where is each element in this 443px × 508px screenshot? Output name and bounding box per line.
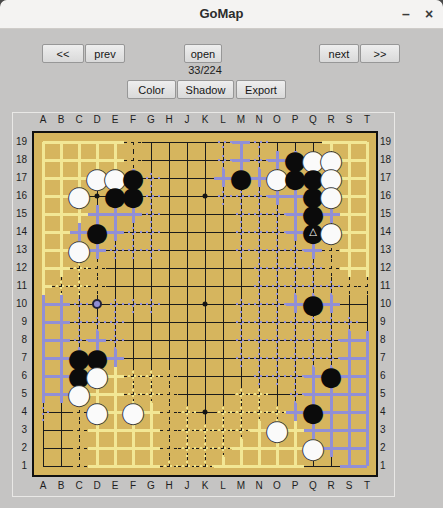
coord-label: 2 — [380, 439, 406, 457]
intersection-B18[interactable] — [52, 151, 70, 169]
intersection-D4[interactable]: ● — [88, 403, 106, 421]
intersection-L10[interactable] — [214, 295, 232, 313]
intersection-C9[interactable] — [70, 313, 88, 331]
intersection-K6[interactable] — [196, 367, 214, 385]
intersection-D10[interactable] — [88, 295, 106, 313]
intersection-B11[interactable] — [52, 277, 70, 295]
coord-label: 11 — [2, 277, 29, 295]
intersection-K4[interactable] — [196, 403, 214, 421]
intersection-D6[interactable]: ● — [88, 367, 106, 385]
intersection-F9[interactable] — [124, 313, 142, 331]
intersection-H8[interactable] — [160, 331, 178, 349]
intersection-G9[interactable] — [142, 313, 160, 331]
intersection-T4[interactable] — [358, 403, 376, 421]
forward-button[interactable]: >> — [360, 44, 400, 63]
intersection-K14[interactable] — [196, 223, 214, 241]
intersection-T17[interactable] — [358, 169, 376, 187]
intersection-R9[interactable] — [322, 313, 340, 331]
intersection-M3[interactable] — [232, 421, 250, 439]
intersection-F2[interactable] — [124, 439, 142, 457]
intersection-Q12[interactable] — [304, 259, 322, 277]
intersection-Q2[interactable]: ● — [304, 439, 322, 457]
goban-grid[interactable]: ●●●●●●●●●●●●●●●●●●●△●●●●●●●●●●●●●● — [34, 133, 376, 475]
intersection-F8[interactable] — [124, 331, 142, 349]
coord-label: J — [178, 113, 196, 127]
intersection-L13[interactable] — [214, 241, 232, 259]
coord-label: R — [322, 113, 340, 127]
intersection-M9[interactable] — [232, 313, 250, 331]
intersection-L3[interactable] — [214, 421, 232, 439]
intersection-A4[interactable] — [34, 403, 52, 421]
intersection-K2[interactable] — [196, 439, 214, 457]
intersection-B1[interactable] — [52, 457, 70, 475]
intersection-H2[interactable] — [160, 439, 178, 457]
intersection-R14[interactable]: ● — [322, 223, 340, 241]
intersection-P6[interactable] — [286, 367, 304, 385]
coord-label: Q — [304, 479, 322, 493]
intersection-C1[interactable] — [70, 457, 88, 475]
star-point — [203, 302, 208, 307]
intersection-J5[interactable] — [178, 385, 196, 403]
intersection-A5[interactable] — [34, 385, 52, 403]
intersection-O13[interactable] — [268, 241, 286, 259]
intersection-N12[interactable] — [250, 259, 268, 277]
intersection-L9[interactable] — [214, 313, 232, 331]
intersection-R11[interactable] — [322, 277, 340, 295]
intersection-E2[interactable] — [106, 439, 124, 457]
intersection-J3[interactable] — [178, 421, 196, 439]
intersection-H17[interactable] — [160, 169, 178, 187]
intersection-B9[interactable] — [52, 313, 70, 331]
intersection-R16[interactable]: ● — [322, 187, 340, 205]
intersection-H3[interactable] — [160, 421, 178, 439]
intersection-S1[interactable] — [340, 457, 358, 475]
intersection-S19[interactable] — [340, 133, 358, 151]
intersection-D9[interactable] — [88, 313, 106, 331]
intersection-B19[interactable] — [52, 133, 70, 151]
white-stone: ● — [320, 223, 343, 241]
intersection-G16[interactable] — [142, 187, 160, 205]
goban[interactable]: ●●●●●●●●●●●●●●●●●●●△●●●●●●●●●●●●●● — [32, 131, 378, 477]
intersection-C13[interactable]: ● — [70, 241, 88, 259]
intersection-G1[interactable] — [142, 457, 160, 475]
intersection-C2[interactable] — [70, 439, 88, 457]
intersection-N19[interactable] — [250, 133, 268, 151]
intersection-C10[interactable] — [70, 295, 88, 313]
coord-label: E — [106, 479, 124, 493]
intersection-N14[interactable] — [250, 223, 268, 241]
coord-label: B — [52, 113, 70, 127]
intersection-M17[interactable]: ● — [232, 169, 250, 187]
intersection-S9[interactable] — [340, 313, 358, 331]
intersection-T19[interactable] — [358, 133, 376, 151]
next-button[interactable]: next — [319, 44, 359, 63]
intersection-J6[interactable] — [178, 367, 196, 385]
intersection-A19[interactable] — [34, 133, 52, 151]
intersection-H12[interactable] — [160, 259, 178, 277]
intersection-S8[interactable] — [340, 331, 358, 349]
shadow-button[interactable]: Shadow — [177, 80, 234, 99]
intersection-T16[interactable] — [358, 187, 376, 205]
intersection-O6[interactable] — [268, 367, 286, 385]
intersection-K15[interactable] — [196, 205, 214, 223]
intersection-M2[interactable] — [232, 439, 250, 457]
intersection-G6[interactable] — [142, 367, 160, 385]
intersection-L19[interactable] — [214, 133, 232, 151]
intersection-K7[interactable] — [196, 349, 214, 367]
intersection-A7[interactable] — [34, 349, 52, 367]
intersection-E13[interactable] — [106, 241, 124, 259]
intersection-J11[interactable] — [178, 277, 196, 295]
intersection-S6[interactable] — [340, 367, 358, 385]
coord-label: R — [322, 479, 340, 493]
minimize-button[interactable]: – — [395, 0, 417, 27]
intersection-N15[interactable] — [250, 205, 268, 223]
intersection-Q4[interactable]: ● — [304, 403, 322, 421]
intersection-E6[interactable] — [106, 367, 124, 385]
intersection-J4[interactable] — [178, 403, 196, 421]
intersection-P12[interactable] — [286, 259, 304, 277]
intersection-S14[interactable] — [340, 223, 358, 241]
intersection-G18[interactable] — [142, 151, 160, 169]
intersection-F7[interactable] — [124, 349, 142, 367]
intersection-J19[interactable] — [178, 133, 196, 151]
intersection-H9[interactable] — [160, 313, 178, 331]
intersection-S10[interactable] — [340, 295, 358, 313]
intersection-D19[interactable] — [88, 133, 106, 151]
intersection-L12[interactable] — [214, 259, 232, 277]
intersection-A18[interactable] — [34, 151, 52, 169]
intersection-F6[interactable] — [124, 367, 142, 385]
intersection-S5[interactable] — [340, 385, 358, 403]
intersection-J1[interactable] — [178, 457, 196, 475]
intersection-G7[interactable] — [142, 349, 160, 367]
intersection-A9[interactable] — [34, 313, 52, 331]
intersection-F16[interactable]: ● — [124, 187, 142, 205]
intersection-G8[interactable] — [142, 331, 160, 349]
intersection-J9[interactable] — [178, 313, 196, 331]
intersection-G11[interactable] — [142, 277, 160, 295]
coord-label: K — [196, 479, 214, 493]
intersection-O9[interactable] — [268, 313, 286, 331]
intersection-T11[interactable] — [358, 277, 376, 295]
intersection-M15[interactable] — [232, 205, 250, 223]
color-button[interactable]: Color — [127, 80, 176, 99]
intersection-G17[interactable] — [142, 169, 160, 187]
white-stone: ● — [122, 403, 145, 421]
intersection-M4[interactable] — [232, 403, 250, 421]
intersection-E9[interactable] — [106, 313, 124, 331]
intersection-H1[interactable] — [160, 457, 178, 475]
intersection-A11[interactable] — [34, 277, 52, 295]
intersection-T8[interactable] — [358, 331, 376, 349]
intersection-L8[interactable] — [214, 331, 232, 349]
intersection-H13[interactable] — [160, 241, 178, 259]
intersection-G13[interactable] — [142, 241, 160, 259]
intersection-G19[interactable] — [142, 133, 160, 151]
intersection-A3[interactable] — [34, 421, 52, 439]
coord-label: S — [340, 113, 358, 127]
coord-label: 10 — [2, 295, 29, 313]
intersection-O3[interactable]: ● — [268, 421, 286, 439]
intersection-N10[interactable] — [250, 295, 268, 313]
intersection-F11[interactable] — [124, 277, 142, 295]
intersection-F1[interactable] — [124, 457, 142, 475]
intersection-M11[interactable] — [232, 277, 250, 295]
intersection-N5[interactable] — [250, 385, 268, 403]
intersection-K17[interactable] — [196, 169, 214, 187]
intersection-J17[interactable] — [178, 169, 196, 187]
intersection-D11[interactable] — [88, 277, 106, 295]
intersection-T12[interactable] — [358, 259, 376, 277]
intersection-A1[interactable] — [34, 457, 52, 475]
intersection-A15[interactable] — [34, 205, 52, 223]
intersection-H5[interactable] — [160, 385, 178, 403]
intersection-H16[interactable] — [160, 187, 178, 205]
intersection-G10[interactable] — [142, 295, 160, 313]
intersection-E12[interactable] — [106, 259, 124, 277]
intersection-S2[interactable] — [340, 439, 358, 457]
intersection-R3[interactable] — [322, 421, 340, 439]
coord-label: 19 — [380, 133, 406, 151]
intersection-A14[interactable] — [34, 223, 52, 241]
intersection-N8[interactable] — [250, 331, 268, 349]
intersection-K10[interactable] — [196, 295, 214, 313]
intersection-E14[interactable] — [106, 223, 124, 241]
intersection-T13[interactable] — [358, 241, 376, 259]
intersection-S18[interactable] — [340, 151, 358, 169]
intersection-A10[interactable] — [34, 295, 52, 313]
intersection-H6[interactable] — [160, 367, 178, 385]
intersection-L5[interactable] — [214, 385, 232, 403]
intersection-A2[interactable] — [34, 439, 52, 457]
intersection-H14[interactable] — [160, 223, 178, 241]
intersection-G3[interactable] — [142, 421, 160, 439]
intersection-K16[interactable] — [196, 187, 214, 205]
intersection-K13[interactable] — [196, 241, 214, 259]
intersection-H19[interactable] — [160, 133, 178, 151]
intersection-R4[interactable] — [322, 403, 340, 421]
intersection-F12[interactable] — [124, 259, 142, 277]
intersection-R12[interactable] — [322, 259, 340, 277]
intersection-K1[interactable] — [196, 457, 214, 475]
intersection-D14[interactable]: ● — [88, 223, 106, 241]
intersection-O1[interactable] — [268, 457, 286, 475]
intersection-R6[interactable]: ● — [322, 367, 340, 385]
intersection-N13[interactable] — [250, 241, 268, 259]
intersection-S15[interactable] — [340, 205, 358, 223]
intersection-K19[interactable] — [196, 133, 214, 151]
intersection-L7[interactable] — [214, 349, 232, 367]
intersection-O8[interactable] — [268, 331, 286, 349]
intersection-H7[interactable] — [160, 349, 178, 367]
intersection-S17[interactable] — [340, 169, 358, 187]
intersection-K11[interactable] — [196, 277, 214, 295]
intersection-T3[interactable] — [358, 421, 376, 439]
intersection-G14[interactable] — [142, 223, 160, 241]
intersection-M12[interactable] — [232, 259, 250, 277]
intersection-M6[interactable] — [232, 367, 250, 385]
intersection-O12[interactable] — [268, 259, 286, 277]
intersection-H10[interactable] — [160, 295, 178, 313]
intersection-E10[interactable] — [106, 295, 124, 313]
intersection-G5[interactable] — [142, 385, 160, 403]
intersection-T6[interactable] — [358, 367, 376, 385]
intersection-J15[interactable] — [178, 205, 196, 223]
intersection-A16[interactable] — [34, 187, 52, 205]
intersection-L2[interactable] — [214, 439, 232, 457]
intersection-H11[interactable] — [160, 277, 178, 295]
prev-button[interactable]: prev — [85, 44, 125, 63]
intersection-C11[interactable] — [70, 277, 88, 295]
intersection-S3[interactable] — [340, 421, 358, 439]
intersection-O7[interactable] — [268, 349, 286, 367]
intersection-T9[interactable] — [358, 313, 376, 331]
star-point — [95, 194, 100, 199]
intersection-R10[interactable] — [322, 295, 340, 313]
intersection-S4[interactable] — [340, 403, 358, 421]
intersection-L15[interactable] — [214, 205, 232, 223]
intersection-L1[interactable] — [214, 457, 232, 475]
intersection-P7[interactable] — [286, 349, 304, 367]
intersection-K5[interactable] — [196, 385, 214, 403]
intersection-B2[interactable] — [52, 439, 70, 457]
intersection-Q10[interactable]: ● — [304, 295, 322, 313]
intersection-K12[interactable] — [196, 259, 214, 277]
intersection-J2[interactable] — [178, 439, 196, 457]
intersection-Q8[interactable] — [304, 331, 322, 349]
coord-label: H — [160, 113, 178, 127]
intersection-F14[interactable] — [124, 223, 142, 241]
export-button[interactable]: Export — [236, 80, 286, 99]
intersection-F4[interactable]: ● — [124, 403, 142, 421]
coord-label: 6 — [380, 367, 406, 385]
rewind-button[interactable]: << — [42, 44, 84, 63]
coord-label: S — [340, 479, 358, 493]
intersection-A8[interactable] — [34, 331, 52, 349]
intersection-M7[interactable] — [232, 349, 250, 367]
intersection-J12[interactable] — [178, 259, 196, 277]
intersection-G2[interactable] — [142, 439, 160, 457]
titlebar[interactable]: GoMap – × — [0, 0, 443, 29]
intersection-J13[interactable] — [178, 241, 196, 259]
intersection-F13[interactable] — [124, 241, 142, 259]
intersection-O15[interactable] — [268, 205, 286, 223]
intersection-P8[interactable] — [286, 331, 304, 349]
intersection-G15[interactable] — [142, 205, 160, 223]
intersection-B10[interactable] — [52, 295, 70, 313]
intersection-T14[interactable] — [358, 223, 376, 241]
intersection-H4[interactable] — [160, 403, 178, 421]
intersection-B3[interactable] — [52, 421, 70, 439]
intersection-O11[interactable] — [268, 277, 286, 295]
intersection-O14[interactable] — [268, 223, 286, 241]
intersection-N9[interactable] — [250, 313, 268, 331]
intersection-N7[interactable] — [250, 349, 268, 367]
intersection-E7[interactable] — [106, 349, 124, 367]
intersection-A6[interactable] — [34, 367, 52, 385]
coord-label: D — [88, 479, 106, 493]
intersection-K8[interactable] — [196, 331, 214, 349]
intersection-M13[interactable] — [232, 241, 250, 259]
intersection-T7[interactable] — [358, 349, 376, 367]
intersection-O10[interactable] — [268, 295, 286, 313]
intersection-N6[interactable] — [250, 367, 268, 385]
intersection-F10[interactable] — [124, 295, 142, 313]
intersection-R2[interactable] — [322, 439, 340, 457]
intersection-M10[interactable] — [232, 295, 250, 313]
intersection-F19[interactable] — [124, 133, 142, 151]
intersection-K9[interactable] — [196, 313, 214, 331]
intersection-N1[interactable] — [250, 457, 268, 475]
intersection-K3[interactable] — [196, 421, 214, 439]
intersection-L11[interactable] — [214, 277, 232, 295]
intersection-E11[interactable] — [106, 277, 124, 295]
intersection-S12[interactable] — [340, 259, 358, 277]
intersection-N11[interactable] — [250, 277, 268, 295]
coord-label: 16 — [380, 187, 406, 205]
intersection-J8[interactable] — [178, 331, 196, 349]
intersection-S16[interactable] — [340, 187, 358, 205]
intersection-T1[interactable] — [358, 457, 376, 475]
intersection-A13[interactable] — [34, 241, 52, 259]
intersection-S13[interactable] — [340, 241, 358, 259]
open-button[interactable]: open — [184, 44, 222, 63]
intersection-G12[interactable] — [142, 259, 160, 277]
intersection-S11[interactable] — [340, 277, 358, 295]
intersection-M19[interactable] — [232, 133, 250, 151]
intersection-E19[interactable] — [106, 133, 124, 151]
intersection-J16[interactable] — [178, 187, 196, 205]
intersection-O5[interactable] — [268, 385, 286, 403]
intersection-K18[interactable] — [196, 151, 214, 169]
close-icon[interactable]: × — [418, 0, 440, 27]
intersection-R8[interactable] — [322, 331, 340, 349]
intersection-D1[interactable] — [88, 457, 106, 475]
intersection-M14[interactable] — [232, 223, 250, 241]
intersection-L4[interactable] — [214, 403, 232, 421]
intersection-C19[interactable] — [70, 133, 88, 151]
intersection-T5[interactable] — [358, 385, 376, 403]
intersection-J14[interactable] — [178, 223, 196, 241]
intersection-E1[interactable] — [106, 457, 124, 475]
intersection-H18[interactable] — [160, 151, 178, 169]
intersection-R1[interactable] — [322, 457, 340, 475]
intersection-M5[interactable] — [232, 385, 250, 403]
coord-label: C — [70, 113, 88, 127]
intersection-M8[interactable] — [232, 331, 250, 349]
intersection-E8[interactable] — [106, 331, 124, 349]
intersection-D2[interactable] — [88, 439, 106, 457]
intersection-G4[interactable] — [142, 403, 160, 421]
intersection-H15[interactable] — [160, 205, 178, 223]
intersection-S7[interactable] — [340, 349, 358, 367]
intersection-L14[interactable] — [214, 223, 232, 241]
intersection-L6[interactable] — [214, 367, 232, 385]
intersection-A17[interactable] — [34, 169, 52, 187]
intersection-J10[interactable] — [178, 295, 196, 313]
intersection-T18[interactable] — [358, 151, 376, 169]
intersection-T10[interactable] — [358, 295, 376, 313]
intersection-T15[interactable] — [358, 205, 376, 223]
intersection-T2[interactable] — [358, 439, 376, 457]
intersection-C16[interactable]: ● — [70, 187, 88, 205]
intersection-M1[interactable] — [232, 457, 250, 475]
intersection-J7[interactable] — [178, 349, 196, 367]
intersection-A12[interactable] — [34, 259, 52, 277]
intersection-D12[interactable] — [88, 259, 106, 277]
intersection-J18[interactable] — [178, 151, 196, 169]
